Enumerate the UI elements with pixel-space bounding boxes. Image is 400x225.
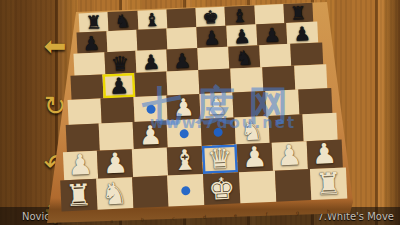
chess-board: ♜♞♝♚♝♜♟♟♟♟♟♛♟♟♞♟♟♟♟♞♟♟♝♛♟♟♟♜♞♚♜ abcdefgh xyxy=(0,0,400,225)
square-c2[interactable] xyxy=(132,148,168,178)
square-f8[interactable]: ♝ xyxy=(225,5,255,25)
file-label-f: f xyxy=(251,210,282,217)
square-d1[interactable] xyxy=(167,174,204,207)
file-label-c: c xyxy=(158,214,189,221)
black-queen-b6[interactable]: ♛ xyxy=(111,53,130,74)
white-rook-a1[interactable]: ♜ xyxy=(65,180,93,211)
black-bishop-f8[interactable]: ♝ xyxy=(231,7,248,26)
legal-move-dot-d3[interactable] xyxy=(180,129,189,138)
white-queen-e2[interactable]: ♛ xyxy=(207,145,233,174)
legal-move-dot-e3[interactable] xyxy=(213,127,222,136)
white-pawn-d4[interactable]: ♟ xyxy=(172,95,195,120)
square-g8[interactable] xyxy=(254,4,284,24)
square-a4[interactable] xyxy=(68,99,102,125)
black-king-e8[interactable]: ♚ xyxy=(202,8,219,27)
black-pawn-c6[interactable]: ♟ xyxy=(142,52,161,73)
square-h4[interactable] xyxy=(298,88,332,114)
black-knight-b8[interactable]: ♞ xyxy=(114,12,131,31)
square-f5[interactable] xyxy=(230,67,263,92)
file-label-h: h xyxy=(313,207,344,214)
white-pawn-c3[interactable]: ♟ xyxy=(138,122,162,149)
square-b2[interactable]: ♟ xyxy=(97,149,133,179)
square-b8[interactable]: ♞ xyxy=(108,11,138,31)
square-a8[interactable]: ♜ xyxy=(79,12,109,32)
square-d5[interactable] xyxy=(166,70,199,95)
square-f1[interactable] xyxy=(239,171,276,204)
square-h6[interactable] xyxy=(291,42,323,65)
black-rook-h8[interactable]: ♜ xyxy=(290,4,307,23)
square-b6[interactable]: ♛ xyxy=(104,51,136,74)
square-e5[interactable] xyxy=(198,69,231,94)
square-a3[interactable] xyxy=(65,124,100,153)
square-g3[interactable] xyxy=(268,114,303,143)
square-d8[interactable] xyxy=(166,8,196,28)
white-pawn-f2[interactable]: ♟ xyxy=(241,143,267,172)
white-knight-b1[interactable]: ♞ xyxy=(100,178,128,209)
black-pawn-a7[interactable]: ♟ xyxy=(83,33,101,53)
square-f6[interactable]: ♞ xyxy=(228,45,260,68)
square-f7[interactable]: ♟ xyxy=(226,24,257,46)
square-c4[interactable] xyxy=(133,96,167,122)
white-king-e1[interactable]: ♚ xyxy=(208,174,236,205)
square-e8[interactable]: ♚ xyxy=(196,7,226,27)
black-pawn-e7[interactable]: ♟ xyxy=(203,28,221,48)
square-e4[interactable]: ♟ xyxy=(199,93,233,119)
file-label-b: b xyxy=(127,216,158,223)
square-e6[interactable] xyxy=(197,47,229,70)
square-h2[interactable]: ♟ xyxy=(306,140,342,170)
square-g7[interactable]: ♟ xyxy=(257,23,288,45)
square-g4[interactable] xyxy=(265,90,299,116)
square-e7[interactable]: ♟ xyxy=(196,26,227,48)
square-a2[interactable]: ♟ xyxy=(62,151,98,181)
square-f4[interactable] xyxy=(232,91,266,117)
square-a5[interactable] xyxy=(70,74,103,99)
file-label-e: e xyxy=(220,212,251,219)
square-c6[interactable]: ♟ xyxy=(135,49,167,72)
file-label-a: a xyxy=(96,217,127,224)
black-pawn-g7[interactable]: ♟ xyxy=(263,25,281,45)
square-d6[interactable]: ♟ xyxy=(166,48,198,71)
white-rook-h1[interactable]: ♜ xyxy=(315,169,343,200)
square-c5[interactable] xyxy=(134,71,167,96)
square-h8[interactable]: ♜ xyxy=(283,3,313,23)
square-c1[interactable] xyxy=(132,176,169,209)
square-a7[interactable]: ♟ xyxy=(76,31,107,53)
square-f2[interactable]: ♟ xyxy=(237,143,273,173)
square-b4[interactable] xyxy=(101,97,135,123)
white-bishop-d2[interactable]: ♝ xyxy=(172,146,198,175)
white-knight-f3[interactable]: ♞ xyxy=(240,117,264,144)
black-pawn-d6[interactable]: ♟ xyxy=(173,50,192,71)
square-g5[interactable] xyxy=(262,66,295,91)
square-b1[interactable]: ♞ xyxy=(96,177,133,210)
square-b3[interactable] xyxy=(99,122,134,151)
black-pawn-f7[interactable]: ♟ xyxy=(233,27,251,47)
square-g2[interactable]: ♟ xyxy=(271,141,307,171)
file-label-g: g xyxy=(282,209,313,216)
square-b7[interactable] xyxy=(106,30,137,52)
black-bishop-c8[interactable]: ♝ xyxy=(144,11,161,30)
square-f3[interactable]: ♞ xyxy=(234,116,269,145)
legal-move-dot-c4[interactable] xyxy=(146,104,155,113)
black-knight-f6[interactable]: ♞ xyxy=(235,48,254,69)
black-pawn-b5[interactable]: ♟ xyxy=(109,75,130,98)
square-d3[interactable] xyxy=(167,119,202,148)
square-a1[interactable]: ♜ xyxy=(60,179,97,212)
square-c7[interactable] xyxy=(136,28,167,50)
square-h7[interactable]: ♟ xyxy=(287,22,318,44)
black-pawn-h7[interactable]: ♟ xyxy=(293,24,311,44)
square-e2[interactable]: ♛ xyxy=(202,144,238,174)
square-c3[interactable]: ♟ xyxy=(133,121,168,150)
square-h3[interactable] xyxy=(302,113,337,142)
white-pawn-h2[interactable]: ♟ xyxy=(311,140,337,169)
square-d2[interactable]: ♝ xyxy=(167,146,203,176)
square-e3[interactable] xyxy=(201,117,236,146)
square-h1[interactable]: ♜ xyxy=(310,167,347,200)
square-a6[interactable] xyxy=(73,52,105,75)
white-pawn-b2[interactable]: ♟ xyxy=(102,149,128,178)
square-h5[interactable] xyxy=(294,64,327,89)
square-g6[interactable] xyxy=(260,44,292,67)
board-squares: ♜♞♝♚♝♜♟♟♟♟♟♛♟♟♞♟♟♟♟♞♟♟♝♛♟♟♟♜♞♚♜ xyxy=(52,2,349,213)
square-d7[interactable] xyxy=(166,27,197,49)
white-pawn-g2[interactable]: ♟ xyxy=(276,141,302,170)
white-pawn-e4[interactable]: ♟ xyxy=(205,94,228,119)
white-pawn-a2[interactable]: ♟ xyxy=(67,151,93,180)
square-g1[interactable] xyxy=(274,169,311,202)
file-label-d: d xyxy=(189,213,220,220)
square-e1[interactable]: ♚ xyxy=(203,172,240,205)
legal-move-dot-d1[interactable] xyxy=(181,186,190,195)
square-b5[interactable]: ♟ xyxy=(102,73,135,98)
square-c8[interactable]: ♝ xyxy=(137,9,167,29)
chess-app-screen: ⬅ ↻ ↶ ⚙ Novice 7.White's Move ♜♞♝♚♝♜♟♟♟♟… xyxy=(0,0,400,225)
black-rook-a8[interactable]: ♜ xyxy=(85,13,102,32)
square-d4[interactable]: ♟ xyxy=(166,94,200,120)
